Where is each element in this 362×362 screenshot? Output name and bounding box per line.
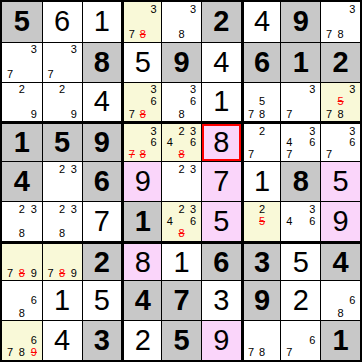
empty-candidate-slot xyxy=(176,84,188,96)
cell-r4c6[interactable]: 8 xyxy=(201,121,241,161)
cell-r8c4[interactable]: 4 xyxy=(121,280,161,320)
empty-candidate-slot xyxy=(283,203,295,215)
empty-candidate-slot xyxy=(4,322,16,334)
empty-candidate-slot xyxy=(307,227,319,239)
cell-r8c1[interactable]: 68 xyxy=(2,280,42,320)
cell-r6c1[interactable]: 238 xyxy=(2,201,42,241)
empty-candidate-slot xyxy=(295,322,307,334)
cell-r8c6[interactable]: 3 xyxy=(201,280,241,320)
empty-candidate-slot xyxy=(148,108,159,120)
cell-r1c4[interactable]: 378 xyxy=(121,2,161,42)
empty-candidate-slot xyxy=(335,16,347,29)
cell-r8c3[interactable]: 5 xyxy=(82,280,122,320)
candidate: 3 xyxy=(307,203,319,215)
empty-candidate-slot xyxy=(28,307,40,319)
candidate: 8 xyxy=(335,307,347,319)
empty-candidate-slot xyxy=(56,44,68,56)
candidate: 6 xyxy=(307,215,319,227)
empty-candidate-slot xyxy=(68,175,80,187)
cell-r2c2[interactable]: 37 xyxy=(42,42,82,82)
candidate-grid: 3678 xyxy=(124,124,161,161)
candidate: 4 xyxy=(164,215,176,227)
empty-candidate-slot xyxy=(295,203,307,215)
candidate: 8 xyxy=(16,347,28,359)
empty-candidate-slot xyxy=(4,256,16,268)
empty-candidate-slot xyxy=(323,295,335,307)
empty-candidate-slot xyxy=(56,108,68,120)
given-digit: 5 xyxy=(54,128,70,157)
solved-digit: 7 xyxy=(94,207,110,236)
solved-digit: 1 xyxy=(213,87,229,116)
cell-r4c7[interactable]: 27 xyxy=(241,121,281,161)
cell-r6c9[interactable]: 9 xyxy=(320,201,360,241)
given-digit: 2 xyxy=(213,7,229,36)
empty-candidate-slot xyxy=(68,256,80,268)
empty-candidate-slot xyxy=(246,334,257,346)
solved-digit: 1 xyxy=(54,286,70,315)
empty-candidate-slot xyxy=(126,84,137,96)
empty-candidate-slot xyxy=(45,203,57,215)
given-digit: 4 xyxy=(135,286,151,315)
cell-r1c6[interactable]: 2 xyxy=(201,2,241,42)
empty-candidate-slot xyxy=(268,203,279,215)
empty-candidate-slot xyxy=(295,84,307,96)
empty-candidate-slot xyxy=(45,84,57,96)
cell-r3c6[interactable]: 1 xyxy=(201,82,241,122)
candidate-grid: 29 xyxy=(2,83,42,122)
cell-r2c9[interactable]: 2 xyxy=(320,42,360,82)
candidate-grid: 789 xyxy=(43,244,82,281)
empty-candidate-slot xyxy=(283,227,295,239)
empty-candidate-slot xyxy=(164,16,176,29)
eliminated-candidate: 5 xyxy=(335,96,347,108)
empty-candidate-slot xyxy=(137,125,148,137)
cell-r2c8[interactable]: 1 xyxy=(280,42,320,82)
given-digit: 6 xyxy=(213,248,229,277)
candidate-grid: 37 xyxy=(281,83,320,122)
empty-candidate-slot xyxy=(257,334,268,346)
cell-r1c9[interactable]: 378 xyxy=(320,2,360,42)
cell-r8c9[interactable]: 68 xyxy=(320,280,360,320)
candidate-grid: 378 xyxy=(124,2,161,42)
cell-r5c6[interactable]: 7 xyxy=(201,161,241,201)
candidate: 3 xyxy=(28,203,40,215)
cell-r6c7[interactable]: 25 xyxy=(241,201,281,241)
empty-candidate-slot xyxy=(346,96,358,108)
empty-candidate-slot xyxy=(68,68,80,80)
empty-candidate-slot xyxy=(28,84,40,96)
solved-digit: 1 xyxy=(94,7,110,36)
empty-candidate-slot xyxy=(307,322,319,334)
empty-candidate-slot xyxy=(346,16,358,29)
cell-r2c5[interactable]: 9 xyxy=(161,42,201,82)
cell-r7c4[interactable]: 8 xyxy=(121,241,161,281)
cell-r9c7[interactable]: 78 xyxy=(241,320,281,360)
cell-r4c8[interactable]: 3467 xyxy=(280,121,320,161)
sudoku-board: 5613783824937837378594612292943678368157… xyxy=(0,0,362,362)
solved-digit: 5 xyxy=(333,167,349,196)
empty-candidate-slot xyxy=(307,149,319,161)
cell-r4c1[interactable]: 1 xyxy=(2,121,42,161)
cell-r9c3[interactable]: 3 xyxy=(82,320,122,360)
candidate: 6 xyxy=(307,334,319,346)
empty-candidate-slot xyxy=(323,125,335,137)
cell-r9c1[interactable]: 6789 xyxy=(2,320,42,360)
empty-candidate-slot xyxy=(323,16,335,29)
candidate: 7 xyxy=(323,28,335,41)
empty-candidate-slot xyxy=(68,84,80,96)
cell-r5c8[interactable]: 8 xyxy=(280,161,320,201)
empty-candidate-slot xyxy=(45,175,57,187)
candidate: 8 xyxy=(257,108,268,120)
empty-candidate-slot xyxy=(283,322,295,334)
empty-candidate-slot xyxy=(295,96,307,108)
candidate-grid: 3467 xyxy=(281,124,320,161)
cell-r7c9[interactable]: 4 xyxy=(320,241,360,281)
candidate: 9 xyxy=(68,268,80,280)
empty-candidate-slot xyxy=(257,322,268,334)
solved-digit: 8 xyxy=(135,248,151,277)
cell-r9c2[interactable]: 4 xyxy=(42,320,82,360)
empty-candidate-slot xyxy=(148,149,159,161)
empty-candidate-slot xyxy=(323,84,335,96)
empty-candidate-slot xyxy=(16,215,28,227)
cell-r3c3[interactable]: 4 xyxy=(82,82,122,122)
candidate: 8 xyxy=(335,28,347,41)
solved-digit: 5 xyxy=(135,48,151,77)
empty-candidate-slot xyxy=(346,28,358,41)
solved-digit: 1 xyxy=(173,248,189,277)
cell-r7c5[interactable]: 1 xyxy=(161,241,201,281)
empty-candidate-slot xyxy=(295,149,307,161)
empty-candidate-slot xyxy=(56,56,68,68)
candidate: 8 xyxy=(176,108,188,120)
empty-candidate-slot xyxy=(268,227,279,239)
cell-r9c6[interactable]: 9 xyxy=(201,320,241,360)
empty-candidate-slot xyxy=(16,245,28,257)
empty-candidate-slot xyxy=(28,96,40,108)
candidate: 3 xyxy=(187,125,199,137)
empty-candidate-slot xyxy=(268,149,279,161)
cell-r5c1[interactable]: 4 xyxy=(2,161,42,201)
cell-r5c9[interactable]: 5 xyxy=(320,161,360,201)
candidate: 2 xyxy=(257,125,268,137)
empty-candidate-slot xyxy=(28,68,40,80)
eliminated-candidate: 9 xyxy=(28,347,40,359)
candidate-grid: 578 xyxy=(244,83,281,122)
cell-r9c8[interactable]: 67 xyxy=(280,320,320,360)
given-digit: 4 xyxy=(14,167,30,196)
empty-candidate-slot xyxy=(68,188,80,200)
empty-candidate-slot xyxy=(16,68,28,80)
candidate: 2 xyxy=(56,203,68,215)
cell-r7c2[interactable]: 789 xyxy=(42,241,82,281)
candidate-grid: 68 xyxy=(2,281,42,320)
candidate: 7 xyxy=(283,108,295,120)
cell-r6c8[interactable]: 346 xyxy=(280,201,320,241)
given-digit: 3 xyxy=(254,248,270,277)
cell-r3c5[interactable]: 368 xyxy=(161,82,201,122)
given-digit: 4 xyxy=(333,248,349,277)
cell-r2c7[interactable]: 6 xyxy=(241,42,281,82)
empty-candidate-slot xyxy=(16,256,28,268)
candidate: 2 xyxy=(16,203,28,215)
given-digit: 1 xyxy=(333,326,349,355)
empty-candidate-slot xyxy=(268,108,279,120)
solved-digit: 5 xyxy=(213,207,229,236)
empty-candidate-slot xyxy=(283,125,295,137)
empty-candidate-slot xyxy=(45,188,57,200)
candidate: 7 xyxy=(283,149,295,161)
cell-r3c8[interactable]: 37 xyxy=(280,82,320,122)
empty-candidate-slot xyxy=(4,84,16,96)
candidate-grid: 378 xyxy=(321,2,360,42)
solved-digit: 1 xyxy=(254,167,270,196)
empty-candidate-slot xyxy=(164,108,176,120)
cell-r1c7[interactable]: 4 xyxy=(241,2,281,42)
cell-r5c2[interactable]: 23 xyxy=(42,161,82,201)
empty-candidate-slot xyxy=(323,137,335,149)
candidate: 7 xyxy=(126,108,137,120)
empty-candidate-slot xyxy=(246,137,257,149)
empty-candidate-slot xyxy=(126,3,137,16)
given-digit: 1 xyxy=(293,48,309,77)
empty-candidate-slot xyxy=(68,56,80,68)
candidate: 3 xyxy=(68,203,80,215)
cell-r2c1[interactable]: 37 xyxy=(2,42,42,82)
candidate-grid: 238 xyxy=(43,202,82,241)
given-digit: 5 xyxy=(173,326,189,355)
solved-digit: 4 xyxy=(213,48,229,77)
empty-candidate-slot xyxy=(68,227,80,239)
cell-r2c4[interactable]: 5 xyxy=(121,42,161,82)
cell-r1c2[interactable]: 6 xyxy=(42,2,82,42)
candidate: 3 xyxy=(68,163,80,175)
empty-candidate-slot xyxy=(4,44,16,56)
empty-candidate-slot xyxy=(45,227,57,239)
empty-candidate-slot xyxy=(335,137,347,149)
empty-candidate-slot xyxy=(45,215,57,227)
cell-r4c9[interactable]: 367 xyxy=(320,121,360,161)
empty-candidate-slot xyxy=(16,108,28,120)
empty-candidate-slot xyxy=(307,96,319,108)
cell-r3c2[interactable]: 29 xyxy=(42,82,82,122)
empty-candidate-slot xyxy=(246,203,257,215)
empty-candidate-slot xyxy=(137,84,148,96)
empty-candidate-slot xyxy=(283,334,295,346)
empty-candidate-slot xyxy=(187,28,199,41)
cell-r2c3[interactable]: 8 xyxy=(82,42,122,82)
empty-candidate-slot xyxy=(56,188,68,200)
empty-candidate-slot xyxy=(28,227,40,239)
empty-candidate-slot xyxy=(246,322,257,334)
cell-r8c5[interactable]: 7 xyxy=(161,280,201,320)
empty-candidate-slot xyxy=(16,322,28,334)
candidate: 2 xyxy=(257,203,268,215)
cell-r6c4[interactable]: 1 xyxy=(121,201,161,241)
cell-r1c8[interactable]: 9 xyxy=(280,2,320,42)
candidate-grid: 25 xyxy=(244,202,281,241)
candidate-grid: 346 xyxy=(281,202,320,241)
candidate: 3 xyxy=(187,163,199,175)
empty-candidate-slot xyxy=(187,188,199,200)
empty-candidate-slot xyxy=(4,282,16,294)
cell-r5c5[interactable]: 23 xyxy=(161,161,201,201)
candidate: 4 xyxy=(283,137,295,149)
cell-r4c3[interactable]: 9 xyxy=(82,121,122,161)
empty-candidate-slot xyxy=(176,137,188,149)
cell-r7c1[interactable]: 789 xyxy=(2,241,42,281)
empty-candidate-slot xyxy=(126,125,137,137)
empty-candidate-slot xyxy=(56,245,68,257)
cell-r1c1[interactable]: 5 xyxy=(2,2,42,42)
empty-candidate-slot xyxy=(56,96,68,108)
empty-candidate-slot xyxy=(28,322,40,334)
cell-r5c7[interactable]: 1 xyxy=(241,161,281,201)
empty-candidate-slot xyxy=(295,227,307,239)
cell-r3c9[interactable]: 3578 xyxy=(320,82,360,122)
solved-digit: 6 xyxy=(54,7,70,36)
solved-digit: 5 xyxy=(94,286,110,315)
cell-r6c3[interactable]: 7 xyxy=(82,201,122,241)
cell-r7c7[interactable]: 3 xyxy=(241,241,281,281)
candidate: 3 xyxy=(187,203,199,215)
cell-r4c4[interactable]: 3678 xyxy=(121,121,161,161)
candidate: 6 xyxy=(28,295,40,307)
empty-candidate-slot xyxy=(45,245,57,257)
empty-candidate-slot xyxy=(148,16,159,29)
empty-candidate-slot xyxy=(137,96,148,108)
candidate: 2 xyxy=(176,203,188,215)
candidate: 2 xyxy=(176,163,188,175)
empty-candidate-slot xyxy=(335,125,347,137)
candidate: 3 xyxy=(148,125,159,137)
candidate: 2 xyxy=(56,84,68,96)
empty-candidate-slot xyxy=(295,108,307,120)
empty-candidate-slot xyxy=(4,245,16,257)
eliminated-candidate: 5 xyxy=(257,215,268,227)
empty-candidate-slot xyxy=(307,108,319,120)
empty-candidate-slot xyxy=(346,149,358,161)
cell-r6c2[interactable]: 238 xyxy=(42,201,82,241)
cell-r8c2[interactable]: 1 xyxy=(42,280,82,320)
empty-candidate-slot xyxy=(346,307,358,319)
candidate: 6 xyxy=(187,96,199,108)
empty-candidate-slot xyxy=(45,256,57,268)
candidate-grid: 23 xyxy=(43,162,82,201)
solved-digit: 9 xyxy=(333,207,349,236)
empty-candidate-slot xyxy=(164,28,176,41)
empty-candidate-slot xyxy=(176,215,188,227)
candidate: 4 xyxy=(283,215,295,227)
cell-r1c3[interactable]: 1 xyxy=(82,2,122,42)
empty-candidate-slot xyxy=(126,137,137,149)
cell-r7c3[interactable]: 2 xyxy=(82,241,122,281)
candidate: 9 xyxy=(28,268,40,280)
empty-candidate-slot xyxy=(56,256,68,268)
empty-candidate-slot xyxy=(176,188,188,200)
cell-r7c6[interactable]: 6 xyxy=(201,241,241,281)
cell-r9c5[interactable]: 5 xyxy=(161,320,201,360)
candidate: 6 xyxy=(148,137,159,149)
eliminated-candidate: 7 xyxy=(126,149,137,161)
cell-r8c8[interactable]: 2 xyxy=(280,280,320,320)
empty-candidate-slot xyxy=(295,215,307,227)
candidate-grid: 68 xyxy=(321,281,360,320)
empty-candidate-slot xyxy=(187,108,199,120)
empty-candidate-slot xyxy=(257,227,268,239)
given-digit: 9 xyxy=(254,286,270,315)
empty-candidate-slot xyxy=(4,334,16,346)
empty-candidate-slot xyxy=(164,163,176,175)
candidate: 8 xyxy=(176,28,188,41)
eliminated-candidate: 8 xyxy=(137,108,148,120)
empty-candidate-slot xyxy=(246,215,257,227)
candidate: 3 xyxy=(68,44,80,56)
candidate: 6 xyxy=(28,334,40,346)
solved-digit: 2 xyxy=(135,326,151,355)
candidate: 6 xyxy=(187,137,199,149)
cell-r9c9[interactable]: 1 xyxy=(320,320,360,360)
cell-r2c6[interactable]: 4 xyxy=(201,42,241,82)
empty-candidate-slot xyxy=(164,149,176,161)
cell-r9c4[interactable]: 2 xyxy=(121,320,161,360)
empty-candidate-slot xyxy=(68,96,80,108)
empty-candidate-slot xyxy=(28,282,40,294)
candidate: 3 xyxy=(148,84,159,96)
given-digit: 2 xyxy=(94,248,110,277)
empty-candidate-slot xyxy=(16,44,28,56)
candidate: 8 xyxy=(56,227,68,239)
cell-r1c5[interactable]: 38 xyxy=(161,2,201,42)
candidate-grid: 368 xyxy=(162,83,201,122)
cell-r5c4[interactable]: 9 xyxy=(121,161,161,201)
empty-candidate-slot xyxy=(16,96,28,108)
empty-candidate-slot xyxy=(187,149,199,161)
cell-r3c7[interactable]: 578 xyxy=(241,82,281,122)
empty-candidate-slot xyxy=(4,56,16,68)
cell-r7c8[interactable]: 5 xyxy=(280,241,320,281)
candidate-grid: 23 xyxy=(162,162,201,201)
cell-r4c5[interactable]: 23468 xyxy=(161,121,201,161)
empty-candidate-slot xyxy=(164,3,176,16)
empty-candidate-slot xyxy=(268,137,279,149)
cell-r4c2[interactable]: 5 xyxy=(42,121,82,161)
candidate: 3 xyxy=(346,3,358,16)
candidate: 3 xyxy=(307,125,319,137)
empty-candidate-slot xyxy=(16,56,28,68)
empty-candidate-slot xyxy=(4,96,16,108)
candidate-grid: 78 xyxy=(244,321,281,360)
candidate: 7 xyxy=(45,268,57,280)
candidate: 6 xyxy=(187,215,199,227)
cell-r3c4[interactable]: 3678 xyxy=(121,82,161,122)
candidate: 7 xyxy=(283,347,295,359)
empty-candidate-slot xyxy=(335,295,347,307)
empty-candidate-slot xyxy=(323,96,335,108)
empty-candidate-slot xyxy=(164,227,176,239)
empty-candidate-slot xyxy=(187,16,199,29)
cell-r6c6[interactable]: 5 xyxy=(201,201,241,241)
cell-r6c5[interactable]: 23468 xyxy=(161,201,201,241)
empty-candidate-slot xyxy=(187,175,199,187)
candidate-grid: 38 xyxy=(162,2,201,42)
cell-r5c3[interactable]: 6 xyxy=(82,161,122,201)
candidate: 8 xyxy=(257,347,268,359)
eliminated-candidate: 8 xyxy=(56,268,68,280)
cell-r8c7[interactable]: 9 xyxy=(241,280,281,320)
cell-r3c1[interactable]: 29 xyxy=(2,82,42,122)
